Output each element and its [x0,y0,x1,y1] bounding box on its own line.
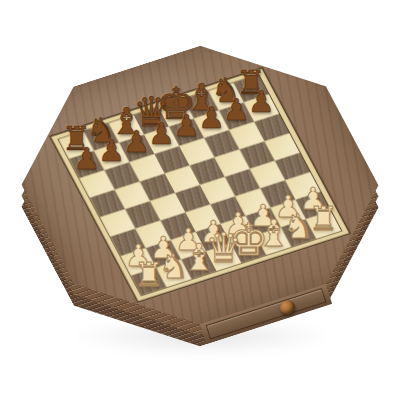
piece-white-rook-a1[interactable]: ♜ [134,258,164,291]
pieces-layer: ♜♞♝♛♚♝♞♜♟♟♟♟♟♟♟♟♟♟♟♟♟♟♟♟♜♞♝♛♚♝♞♜ [0,0,400,400]
piece-black-pawn-g7[interactable]: ♟ [223,95,250,125]
piece-black-pawn-e7[interactable]: ♟ [173,111,200,141]
piece-black-pawn-b7[interactable]: ♟ [98,136,125,166]
piece-black-pawn-f7[interactable]: ♟ [198,103,225,133]
piece-black-pawn-h7[interactable]: ♟ [248,87,275,117]
piece-black-pawn-d7[interactable]: ♟ [148,119,175,149]
piece-black-pawn-c7[interactable]: ♟ [123,127,150,157]
piece-black-pawn-a7[interactable]: ♟ [73,144,100,174]
chess-set-photo: ♜♞♝♛♚♝♞♜♟♟♟♟♟♟♟♟♟♟♟♟♟♟♟♟♜♞♝♛♚♝♞♜ [0,0,400,400]
